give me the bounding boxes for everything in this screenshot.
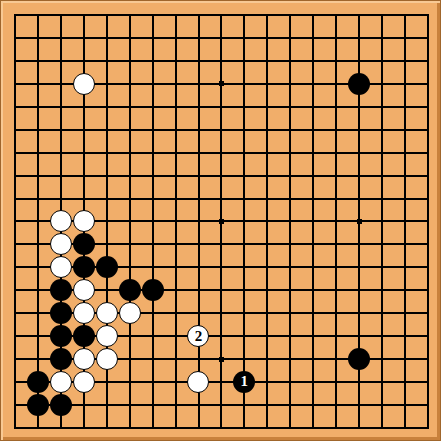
- white-stone: [73, 302, 95, 324]
- black-stone: [50, 302, 72, 324]
- white-stone: [73, 279, 95, 301]
- move-number-label: 2: [195, 328, 203, 343]
- black-stone: [27, 394, 49, 416]
- move-number-label: 1: [241, 374, 249, 389]
- white-stone: [96, 348, 118, 370]
- black-stone: [27, 371, 49, 393]
- black-stone: [73, 325, 95, 347]
- black-stone: [50, 279, 72, 301]
- white-stone: 2: [187, 325, 209, 347]
- white-stone: [96, 302, 118, 324]
- white-stone: [96, 325, 118, 347]
- black-stone: 1: [233, 371, 255, 393]
- black-stone: [348, 348, 370, 370]
- white-stone: [119, 302, 141, 324]
- black-stone: [348, 73, 370, 95]
- go-board: 21: [0, 0, 441, 441]
- black-stone: [119, 279, 141, 301]
- white-stone: [50, 371, 72, 393]
- black-stone: [142, 279, 164, 301]
- white-stone: [73, 210, 95, 232]
- white-stone: [50, 233, 72, 255]
- white-stone: [73, 348, 95, 370]
- white-stone: [187, 371, 209, 393]
- black-stone: [73, 233, 95, 255]
- white-stone: [50, 256, 72, 278]
- black-stone: [50, 348, 72, 370]
- black-stone: [96, 256, 118, 278]
- board-grid: 21: [4, 4, 440, 440]
- black-stone: [50, 394, 72, 416]
- white-stone: [50, 210, 72, 232]
- white-stone: [73, 73, 95, 95]
- white-stone: [73, 371, 95, 393]
- black-stone: [50, 325, 72, 347]
- black-stone: [73, 256, 95, 278]
